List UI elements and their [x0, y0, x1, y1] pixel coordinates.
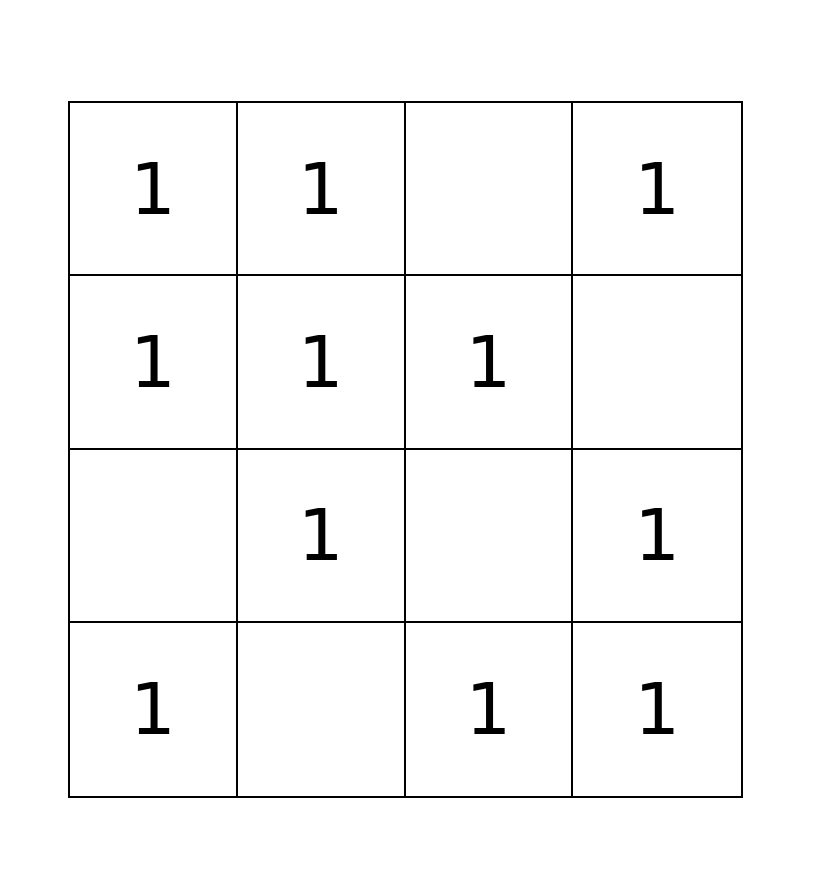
grid-cell-r3c4[interactable]: 1	[573, 450, 741, 623]
grid-cell-r4c3[interactable]: 1	[406, 623, 574, 796]
grid-cell-r1c4[interactable]: 1	[573, 103, 741, 276]
grid-cell-r1c1[interactable]: 1	[70, 103, 238, 276]
grid-cell-r4c2[interactable]	[238, 623, 406, 796]
grid-cell-r2c3[interactable]: 1	[406, 276, 574, 449]
grid-cell-r4c4[interactable]: 1	[573, 623, 741, 796]
grid-cell-r2c4[interactable]	[573, 276, 741, 449]
grid-cell-r4c1[interactable]: 1	[70, 623, 238, 796]
grid-cell-r3c2[interactable]: 1	[238, 450, 406, 623]
grid-cell-r2c2[interactable]: 1	[238, 276, 406, 449]
puzzle-grid: 11111111111	[68, 101, 743, 798]
grid-cell-r2c1[interactable]: 1	[70, 276, 238, 449]
grid-cell-r1c2[interactable]: 1	[238, 103, 406, 276]
grid-cell-r1c3[interactable]	[406, 103, 574, 276]
grid-cell-r3c3[interactable]	[406, 450, 574, 623]
grid-cell-r3c1[interactable]	[70, 450, 238, 623]
